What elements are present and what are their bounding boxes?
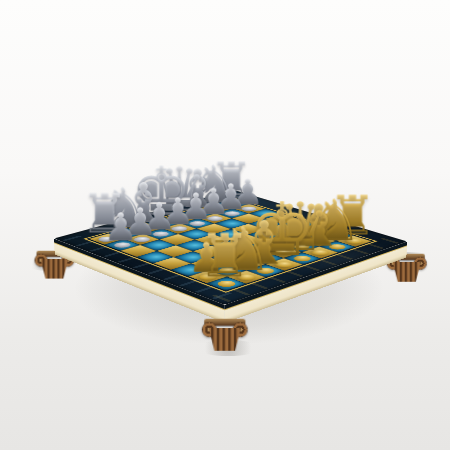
product-photo: ♜♟♟♜♞♟♟♞♝♟♟♝♛♟♟♛♚♟♟♚♝♟♟♝♞♟♟♞♜♟♟♜ [0,0,450,450]
foot-flutes [209,328,241,351]
piece-silver-pawn: ♟ [85,209,156,246]
board-foot-near [204,319,245,351]
foot-flutes [41,259,69,279]
chess-board: ♜♟♟♜♞♟♟♞♝♟♟♝♛♟♟♛♚♟♟♚♝♟♟♝♞♟♟♞♜♟♟♜ [54,190,407,305]
scene: ♜♟♟♜♞♟♟♞♝♟♟♝♛♟♟♛♚♟♟♚♝♟♟♝♞♟♟♞♜♟♟♜ [0,0,450,450]
piece-gold-rook: ♜ [186,228,263,284]
foot-flutes [393,262,421,282]
